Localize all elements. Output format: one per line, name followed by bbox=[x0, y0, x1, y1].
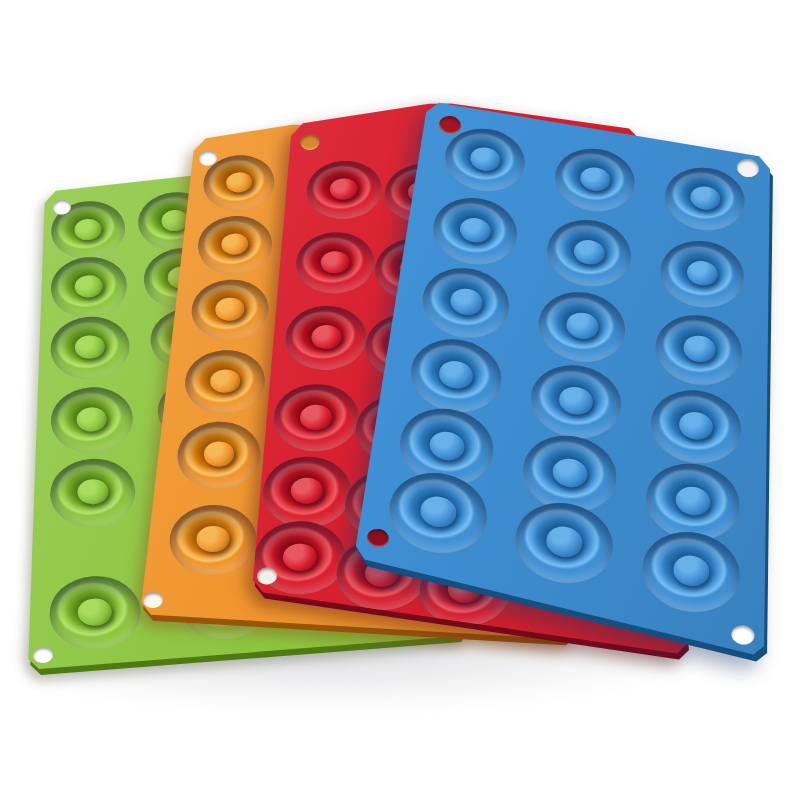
tray-blue-surface bbox=[0, 0, 800, 800]
cavity-center-post bbox=[437, 359, 475, 392]
donut-cavity bbox=[542, 213, 636, 292]
hanging-hole bbox=[736, 157, 761, 178]
cavity-center-post bbox=[550, 456, 590, 491]
hanging-hole bbox=[730, 624, 756, 646]
cavity-center-post bbox=[458, 216, 493, 245]
cavity-center-post bbox=[544, 523, 586, 559]
donut-cavity bbox=[660, 162, 749, 236]
cavity-center-post bbox=[681, 334, 717, 365]
donut-cavity bbox=[525, 357, 628, 446]
cavity-center-post bbox=[670, 553, 712, 589]
donut-cavity bbox=[650, 308, 748, 392]
cavity-center-post bbox=[685, 259, 720, 288]
donut-cavity bbox=[644, 383, 747, 472]
donut-cavity bbox=[533, 285, 631, 369]
tray-blue bbox=[0, 0, 800, 800]
donut-cavity bbox=[382, 464, 494, 562]
product-photo-silicone-donut-molds bbox=[0, 0, 800, 800]
donut-cavity bbox=[550, 142, 639, 216]
donut-cavity bbox=[417, 261, 515, 345]
donut-cavity bbox=[429, 192, 523, 271]
donut-cavity bbox=[634, 523, 746, 621]
cavity-center-post bbox=[674, 484, 714, 519]
hanging-hole bbox=[438, 114, 463, 135]
hanging-hole bbox=[366, 527, 391, 548]
donut-cavity bbox=[655, 235, 749, 314]
cavity-center-post bbox=[688, 184, 721, 212]
cavity-center-post bbox=[468, 146, 501, 174]
cavity-center-post bbox=[564, 310, 600, 341]
cavity-center-post bbox=[578, 165, 611, 193]
cavity-center-post bbox=[677, 410, 715, 443]
cavity-center-post bbox=[427, 428, 467, 463]
cavity-center-post bbox=[448, 287, 484, 318]
cavity-center-post bbox=[571, 237, 606, 266]
donut-cavity bbox=[405, 332, 508, 421]
cavity-center-post bbox=[418, 494, 460, 530]
donut-cavity bbox=[440, 123, 529, 197]
donut-cavity bbox=[508, 493, 620, 591]
cavity-center-post bbox=[557, 384, 595, 417]
